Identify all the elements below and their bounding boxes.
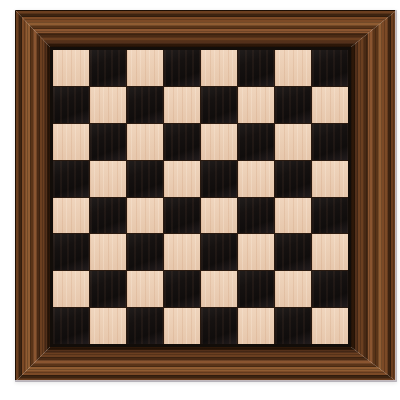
square-d1: [164, 308, 200, 344]
square-h1: [312, 308, 348, 344]
square-e1: [201, 308, 237, 344]
square-e5: [201, 161, 237, 197]
square-b1: [90, 308, 126, 344]
square-h3: [312, 234, 348, 270]
board-frame-right: [351, 10, 397, 382]
photo-background: [0, 0, 400, 400]
square-a8: [53, 50, 89, 86]
square-f2: [238, 271, 274, 307]
square-b6: [90, 124, 126, 160]
square-f7: [238, 87, 274, 123]
square-c3: [127, 234, 163, 270]
square-a2: [53, 271, 89, 307]
square-d7: [164, 87, 200, 123]
square-d8: [164, 50, 200, 86]
square-h7: [312, 87, 348, 123]
square-c7: [127, 87, 163, 123]
square-b2: [90, 271, 126, 307]
square-a4: [53, 198, 89, 234]
square-e7: [201, 87, 237, 123]
square-b8: [90, 50, 126, 86]
square-a5: [53, 161, 89, 197]
chess-board: [15, 10, 397, 382]
square-h4: [312, 198, 348, 234]
square-a1: [53, 308, 89, 344]
square-g3: [275, 234, 311, 270]
board-frame-bottom: [15, 347, 397, 382]
square-f4: [238, 198, 274, 234]
square-f1: [238, 308, 274, 344]
squares-grid: [53, 50, 348, 344]
square-e3: [201, 234, 237, 270]
square-f3: [238, 234, 274, 270]
square-d4: [164, 198, 200, 234]
square-e4: [201, 198, 237, 234]
square-h6: [312, 124, 348, 160]
square-a3: [53, 234, 89, 270]
square-d2: [164, 271, 200, 307]
square-e6: [201, 124, 237, 160]
square-c2: [127, 271, 163, 307]
square-a7: [53, 87, 89, 123]
square-g4: [275, 198, 311, 234]
board-frame-left: [15, 10, 50, 382]
square-f5: [238, 161, 274, 197]
square-d5: [164, 161, 200, 197]
square-c4: [127, 198, 163, 234]
square-c1: [127, 308, 163, 344]
square-b4: [90, 198, 126, 234]
square-b5: [90, 161, 126, 197]
square-e2: [201, 271, 237, 307]
square-d6: [164, 124, 200, 160]
square-c6: [127, 124, 163, 160]
playing-field: [50, 47, 351, 347]
square-e8: [201, 50, 237, 86]
square-g5: [275, 161, 311, 197]
square-g1: [275, 308, 311, 344]
square-g7: [275, 87, 311, 123]
square-b3: [90, 234, 126, 270]
board-frame-top: [15, 10, 397, 47]
square-g8: [275, 50, 311, 86]
square-h2: [312, 271, 348, 307]
square-g2: [275, 271, 311, 307]
square-c8: [127, 50, 163, 86]
square-f6: [238, 124, 274, 160]
square-c5: [127, 161, 163, 197]
square-h5: [312, 161, 348, 197]
square-h8: [312, 50, 348, 86]
square-f8: [238, 50, 274, 86]
square-g6: [275, 124, 311, 160]
square-a6: [53, 124, 89, 160]
square-d3: [164, 234, 200, 270]
square-b7: [90, 87, 126, 123]
